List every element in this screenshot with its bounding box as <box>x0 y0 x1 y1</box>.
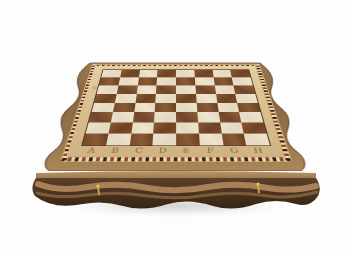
square-a6 <box>97 85 119 93</box>
square-d2 <box>153 123 176 134</box>
square-a2 <box>86 123 111 134</box>
square-a7 <box>99 77 120 85</box>
square-a1 <box>82 134 108 146</box>
apron-body <box>32 178 319 209</box>
square-c2 <box>131 123 154 134</box>
chessboard-top: A B C D E F G H <box>37 62 312 171</box>
square-h3 <box>239 112 263 122</box>
board-grid <box>81 69 271 146</box>
square-d5 <box>156 94 176 103</box>
file-labels: A B C D E F G H <box>78 145 271 156</box>
square-e1 <box>176 134 199 146</box>
square-d4 <box>155 103 176 113</box>
square-c7 <box>137 77 157 85</box>
square-h4 <box>237 103 260 113</box>
square-c6 <box>136 85 156 93</box>
product-photo-stage: A B C D E F G H <box>0 0 350 256</box>
square-b3 <box>111 112 134 122</box>
square-e5 <box>176 94 196 103</box>
square-d1 <box>153 134 176 146</box>
square-d3 <box>154 112 176 122</box>
square-f5 <box>196 94 217 103</box>
square-c3 <box>132 112 155 122</box>
square-e7 <box>176 77 195 85</box>
square-f7 <box>195 77 215 85</box>
square-f8 <box>194 70 213 78</box>
square-d6 <box>156 85 176 93</box>
square-e3 <box>176 112 198 122</box>
square-b7 <box>118 77 138 85</box>
square-b8 <box>120 70 140 78</box>
square-f3 <box>197 112 220 122</box>
square-g8 <box>212 70 232 78</box>
square-g6 <box>214 85 235 93</box>
square-d7 <box>157 77 176 85</box>
square-g3 <box>218 112 241 122</box>
square-h6 <box>234 85 256 93</box>
square-g2 <box>220 123 244 134</box>
file-label-b: B <box>102 145 128 156</box>
square-a3 <box>89 112 113 122</box>
square-h1 <box>244 134 270 146</box>
square-a4 <box>91 103 114 113</box>
square-h5 <box>235 94 257 103</box>
square-b5 <box>115 94 137 103</box>
file-label-a: A <box>78 145 105 156</box>
square-a8 <box>101 70 121 78</box>
square-g7 <box>213 77 233 85</box>
square-g5 <box>216 94 238 103</box>
square-b6 <box>116 85 137 93</box>
file-label-f: F <box>198 145 223 156</box>
square-e4 <box>176 103 197 113</box>
square-h7 <box>232 77 253 85</box>
file-label-c: C <box>127 145 152 156</box>
square-e8 <box>176 70 195 78</box>
square-f2 <box>198 123 221 134</box>
square-b2 <box>108 123 132 134</box>
square-f6 <box>195 85 215 93</box>
square-e6 <box>176 85 196 93</box>
square-d8 <box>157 70 176 78</box>
square-b1 <box>106 134 131 146</box>
square-g1 <box>221 134 246 146</box>
square-g4 <box>217 103 240 113</box>
file-label-d: D <box>151 145 175 156</box>
square-e2 <box>176 123 199 134</box>
case-apron <box>28 166 324 216</box>
square-h8 <box>230 70 250 78</box>
file-label-e: E <box>175 145 199 156</box>
square-c5 <box>135 94 156 103</box>
file-label-g: G <box>222 145 248 156</box>
mosaic-inlay-bottom <box>60 157 290 162</box>
file-label-h: H <box>245 145 272 156</box>
square-c8 <box>139 70 158 78</box>
square-c4 <box>134 103 156 113</box>
square-b4 <box>113 103 135 113</box>
square-f4 <box>196 103 218 113</box>
square-c1 <box>129 134 153 146</box>
square-a5 <box>94 94 116 103</box>
square-h2 <box>242 123 267 134</box>
square-f1 <box>199 134 223 146</box>
